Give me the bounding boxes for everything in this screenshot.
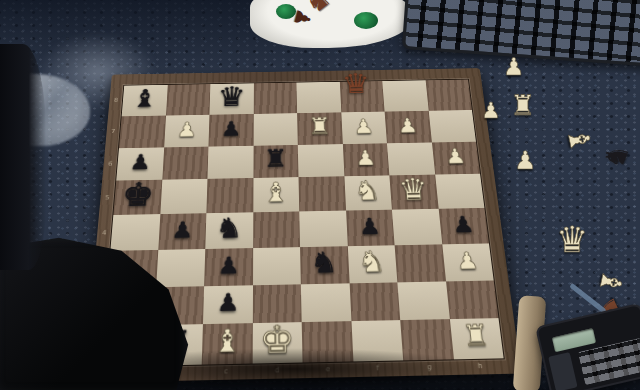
piece-white-n-f3: ♞	[358, 247, 387, 276]
square-e8	[296, 82, 340, 113]
square-d5: ♝	[253, 177, 299, 212]
captured-white-p: ♟	[481, 100, 501, 122]
captured-white-b: ♝	[562, 125, 595, 155]
piece-black-p-h4: ♟	[451, 213, 475, 236]
piece-black-p-b4: ♟	[171, 218, 194, 241]
square-a4	[110, 214, 160, 251]
square-g5: ♛	[389, 175, 438, 210]
spare-brown-queen: ♛	[341, 70, 371, 98]
green-felt-base	[354, 12, 378, 29]
square-a7	[119, 115, 166, 147]
square-e3: ♞	[300, 246, 349, 284]
square-h6: ♟	[431, 141, 480, 175]
square-e4	[299, 211, 347, 247]
square-c8: ♛	[209, 83, 253, 114]
square-e7: ♜	[297, 112, 342, 144]
square-d4	[253, 211, 300, 247]
square-g8	[382, 80, 428, 111]
captured-white-p: ♟	[503, 55, 525, 79]
piece-black-p-a6: ♟	[129, 152, 151, 173]
square-h5	[435, 174, 485, 209]
square-d3	[253, 247, 301, 285]
square-b7: ♟	[164, 115, 210, 147]
piece-white-r-e7: ♜	[307, 115, 331, 138]
square-b4: ♟	[158, 213, 207, 249]
square-c3: ♟	[204, 248, 253, 286]
square-c5	[206, 178, 253, 213]
square-g6	[387, 142, 435, 176]
chair-armrest	[0, 44, 46, 270]
square-d8	[253, 83, 297, 114]
piece-white-p-g7: ♟	[397, 115, 419, 135]
piece-white-p-b7: ♟	[176, 119, 197, 139]
square-f3: ♞	[347, 245, 397, 283]
square-c6	[207, 145, 253, 179]
square-g7: ♟	[385, 111, 432, 143]
square-h7	[428, 110, 476, 142]
piece-black-q-c8: ♛	[217, 83, 246, 110]
rank-label-7: 7	[111, 129, 116, 135]
square-f5: ♞	[344, 176, 392, 211]
rank-label-8: 8	[114, 98, 118, 103]
square-b6	[162, 146, 209, 180]
square-e2	[301, 283, 351, 322]
rank-label-4: 4	[102, 230, 107, 236]
piece-white-q-g5: ♛	[397, 175, 429, 205]
piece-white-p-f7: ♟	[353, 116, 375, 136]
piece-black-b-a8: ♝	[131, 86, 158, 110]
square-c4: ♞	[205, 212, 253, 248]
square-h2	[446, 280, 499, 319]
captured-white-p: ♟	[514, 148, 536, 173]
square-h3: ♟	[442, 243, 494, 281]
square-c2: ♟	[203, 285, 253, 325]
piece-black-p-c3: ♟	[217, 253, 240, 277]
piece-black-n-c4: ♞	[216, 214, 243, 242]
rank-label-5: 5	[105, 195, 110, 201]
piece-black-p-c7: ♟	[221, 118, 242, 138]
piece-black-p-c2: ♟	[216, 290, 239, 315]
square-g4	[392, 209, 442, 245]
captured-white-q: ♛	[556, 222, 588, 258]
square-c7: ♟	[208, 114, 253, 146]
piece-white-b-d5: ♝	[263, 179, 290, 206]
piece-black-p-f4: ♟	[358, 215, 381, 238]
square-b3	[156, 249, 206, 287]
square-a8: ♝	[122, 85, 168, 116]
rank-label-6: 6	[108, 161, 113, 167]
calculator-button	[548, 352, 578, 390]
square-g3	[395, 244, 446, 282]
piece-white-p-f6: ♟	[355, 147, 377, 168]
piece-white-p-h6: ♟	[444, 146, 467, 167]
square-g2	[397, 281, 449, 320]
square-b5	[160, 179, 208, 214]
square-e5	[299, 176, 346, 211]
calculator	[535, 303, 640, 390]
square-a5: ♚	[113, 180, 162, 215]
square-d7	[253, 113, 298, 145]
square-f4: ♟	[346, 210, 395, 246]
square-e6	[298, 144, 344, 178]
piece-black-k-a5: ♚	[121, 178, 156, 211]
piece-black-r-d6: ♜	[264, 147, 288, 171]
captured-black-n: ♞	[599, 139, 634, 173]
square-f6: ♟	[342, 143, 389, 177]
square-h4: ♟	[438, 208, 489, 244]
piece-white-r-h1: ♜	[461, 322, 491, 352]
square-d6: ♜	[253, 145, 299, 179]
scene-photo: ♞ ♟ ♝♛♟♟♜♟♟♟♜♟♟♚♝♞♛♟♞♟♟♟♞♞♟♟♟♜♝♚♜ ♛ abcd…	[0, 0, 640, 390]
square-f2	[349, 282, 400, 321]
piece-white-n-f5: ♞	[354, 177, 382, 204]
square-h8	[425, 80, 472, 111]
piece-black-n-e3: ♞	[310, 248, 338, 277]
captured-wooden-pawn: ♟	[291, 7, 315, 30]
square-f7: ♟	[341, 111, 387, 143]
captured-white-r: ♜	[510, 92, 535, 120]
piece-white-p-h3: ♟	[455, 248, 480, 272]
calculator-keypad	[578, 338, 640, 386]
captured-white-b: ♝	[594, 267, 627, 297]
square-b8	[166, 84, 211, 115]
